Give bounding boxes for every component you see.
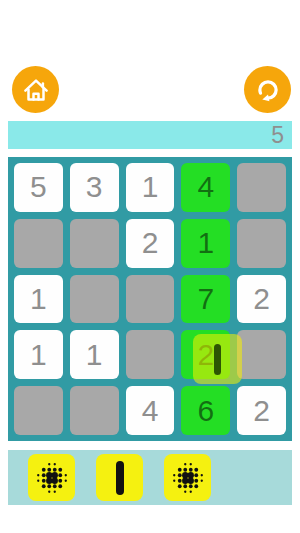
tile[interactable]: [126, 275, 175, 324]
tile[interactable]: [126, 330, 175, 379]
tile-value: 4: [142, 396, 159, 426]
tile[interactable]: 6: [181, 386, 230, 435]
tile-value: 4: [197, 172, 214, 202]
vertical-bar-tool-icon: [214, 344, 221, 375]
tile[interactable]: 3: [70, 163, 119, 212]
tile[interactable]: [237, 163, 286, 212]
tile[interactable]: [70, 275, 119, 324]
tile-value: 5: [30, 172, 47, 202]
tile[interactable]: [14, 386, 63, 435]
home-button[interactable]: [12, 66, 59, 113]
dots-burst-icon: [34, 460, 70, 496]
app-root: 5 531421172112462: [0, 0, 300, 533]
tile[interactable]: 1: [14, 330, 63, 379]
tile[interactable]: 2: [237, 386, 286, 435]
tile[interactable]: 5: [14, 163, 63, 212]
tile[interactable]: 2: [126, 219, 175, 268]
home-icon: [21, 75, 51, 105]
tile-value: 3: [86, 172, 103, 202]
tile[interactable]: 1: [14, 275, 63, 324]
tile[interactable]: [237, 330, 286, 379]
restart-button[interactable]: [244, 66, 291, 113]
tile[interactable]: 4: [181, 163, 230, 212]
tile[interactable]: 1: [181, 219, 230, 268]
tile-value: 1: [197, 228, 214, 258]
tile-value: 1: [30, 340, 47, 370]
tile-value: 1: [142, 172, 159, 202]
dots-burst-icon: [170, 460, 206, 496]
tool-button-dots-1[interactable]: [28, 454, 75, 501]
tile-value: 1: [86, 340, 103, 370]
vertical-bar-icon: [116, 461, 124, 495]
tile-value: 7: [197, 284, 214, 314]
tool-overlay[interactable]: [193, 334, 242, 384]
score-value: 5: [271, 121, 292, 149]
tile[interactable]: [14, 219, 63, 268]
tile[interactable]: 2: [237, 275, 286, 324]
tile[interactable]: 4: [126, 386, 175, 435]
tool-button-dots-2[interactable]: [164, 454, 211, 501]
tile-value: 2: [142, 228, 159, 258]
score-bar: 5: [8, 121, 292, 149]
tile-value: 2: [253, 396, 270, 426]
tile[interactable]: [70, 219, 119, 268]
tile-value: 2: [253, 284, 270, 314]
tile[interactable]: 1: [126, 163, 175, 212]
tile-value: 1: [30, 284, 47, 314]
tool-button-bar[interactable]: [96, 454, 143, 501]
toolbar: [8, 450, 292, 505]
restart-icon: [253, 75, 283, 105]
board: 531421172112462: [8, 157, 292, 441]
tile[interactable]: 1: [70, 330, 119, 379]
tile[interactable]: [70, 386, 119, 435]
tile-value: 6: [197, 396, 214, 426]
tile[interactable]: [237, 219, 286, 268]
tile[interactable]: 7: [181, 275, 230, 324]
